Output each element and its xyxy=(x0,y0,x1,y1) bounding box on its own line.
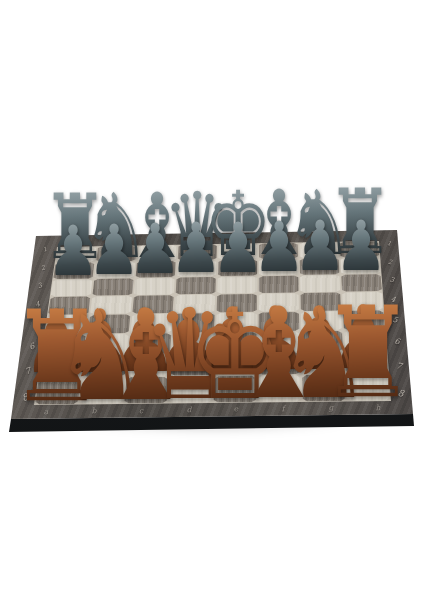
r-glyph: ♜ xyxy=(321,290,416,415)
piece-white-pawn[interactable]: ♟ xyxy=(334,212,387,281)
p-glyph: ♟ xyxy=(334,212,387,281)
chess-board: 1122334455667788abcdefgh♜♞♝♛♚♝♞♜♟♟♟♟♟♟♟♟… xyxy=(0,0,424,600)
piece-black-rook[interactable]: ♜ xyxy=(321,290,416,415)
chess-set-photo: 1122334455667788abcdefgh♜♞♝♛♚♝♞♜♟♟♟♟♟♟♟♟… xyxy=(0,0,424,600)
